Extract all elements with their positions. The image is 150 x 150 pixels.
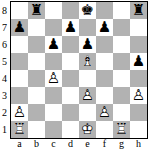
square-f8 (96, 2, 113, 19)
file-label-g: g (113, 138, 130, 150)
square-a4 (11, 70, 28, 87)
square-b1 (28, 121, 45, 138)
black-pawn-c6: ♟ (45, 36, 62, 53)
file-labels: abcdefgh (11, 138, 147, 150)
file-label-e: e (79, 138, 96, 150)
piece-outline-layer: ♗ (79, 53, 96, 70)
square-e3: ♟♙ (79, 87, 96, 104)
square-d4 (62, 70, 79, 87)
rank-label-2: 2 (0, 104, 9, 121)
rank-label-1: 1 (0, 121, 9, 138)
rank-labels: 87654321 (0, 2, 9, 138)
square-h8: ♜ (130, 2, 147, 19)
piece-outline-layer: ♙ (96, 104, 113, 121)
square-f7: ♟ (96, 19, 113, 36)
square-d3 (62, 87, 79, 104)
square-a3 (11, 87, 28, 104)
square-b4 (28, 70, 45, 87)
square-f1 (96, 121, 113, 138)
square-b5 (28, 53, 45, 70)
square-e2 (79, 104, 96, 121)
square-e4 (79, 70, 96, 87)
square-b6 (28, 36, 45, 53)
file-label-h: h (130, 138, 147, 150)
square-a5 (11, 53, 28, 70)
square-c2 (45, 104, 62, 121)
chess-diagram: 87654321 ♜♚♜♟♟♟♟♟♝♗♟♟♙♟♙♟♙♟♙♟♙♜♖♚♔♜♖ abc… (0, 0, 150, 150)
rank-label-5: 5 (0, 53, 9, 70)
square-b8: ♜ (28, 2, 45, 19)
square-c8 (45, 2, 62, 19)
square-e8: ♚ (79, 2, 96, 19)
file-label-c: c (45, 138, 62, 150)
square-c6: ♟ (45, 36, 62, 53)
white-pawn-a2: ♟♙ (11, 104, 28, 121)
square-f4 (96, 70, 113, 87)
square-h1 (130, 121, 147, 138)
square-f5 (96, 53, 113, 70)
square-h6 (130, 36, 147, 53)
white-pawn-f2: ♟♙ (96, 104, 113, 121)
square-g8 (113, 2, 130, 19)
white-pawn-c4: ♟♙ (45, 70, 62, 87)
square-g4 (113, 70, 130, 87)
white-pawn-e3: ♟♙ (79, 87, 96, 104)
white-bishop-e5: ♝♗ (79, 53, 96, 70)
square-c3 (45, 87, 62, 104)
square-d6 (62, 36, 79, 53)
square-g1: ♜♖ (113, 121, 130, 138)
piece-outline-layer: ♖ (11, 121, 28, 138)
piece-outline-layer: ♖ (113, 121, 130, 138)
square-b2 (28, 104, 45, 121)
square-f3 (96, 87, 113, 104)
file-label-a: a (11, 138, 28, 150)
file-label-d: d (62, 138, 79, 150)
black-king-e8: ♚ (79, 2, 96, 19)
black-rook-b8: ♜ (28, 2, 45, 19)
white-rook-g1: ♜♖ (113, 121, 130, 138)
rank-label-8: 8 (0, 2, 9, 19)
square-g5 (113, 53, 130, 70)
square-d2 (62, 104, 79, 121)
square-h4 (130, 70, 147, 87)
black-pawn-f7: ♟ (96, 19, 113, 36)
square-h7 (130, 19, 147, 36)
square-a1: ♜♖ (11, 121, 28, 138)
square-c5 (45, 53, 62, 70)
black-pawn-h5: ♟ (130, 53, 147, 70)
white-pawn-h3: ♟♙ (130, 87, 147, 104)
rank-label-7: 7 (0, 19, 9, 36)
square-g3 (113, 87, 130, 104)
black-pawn-d7: ♟ (62, 19, 79, 36)
square-a6 (11, 36, 28, 53)
square-e6: ♟ (79, 36, 96, 53)
square-f2: ♟♙ (96, 104, 113, 121)
square-a7: ♟ (11, 19, 28, 36)
white-rook-a1: ♜♖ (11, 121, 28, 138)
black-pawn-e6: ♟ (79, 36, 96, 53)
square-h3: ♟♙ (130, 87, 147, 104)
square-d8 (62, 2, 79, 19)
rank-label-3: 3 (0, 87, 9, 104)
chess-board: ♜♚♜♟♟♟♟♟♝♗♟♟♙♟♙♟♙♟♙♟♙♜♖♚♔♜♖ (10, 1, 148, 139)
white-king-e1: ♚♔ (79, 121, 96, 138)
piece-outline-layer: ♔ (79, 121, 96, 138)
square-f6 (96, 36, 113, 53)
square-g2 (113, 104, 130, 121)
piece-outline-layer: ♙ (130, 87, 147, 104)
file-label-b: b (28, 138, 45, 150)
square-g7 (113, 19, 130, 36)
square-h2 (130, 104, 147, 121)
square-h5: ♟ (130, 53, 147, 70)
piece-outline-layer: ♙ (79, 87, 96, 104)
square-c7 (45, 19, 62, 36)
square-c4: ♟♙ (45, 70, 62, 87)
square-a8 (11, 2, 28, 19)
square-b7 (28, 19, 45, 36)
square-e5: ♝♗ (79, 53, 96, 70)
rank-label-6: 6 (0, 36, 9, 53)
black-rook-h8: ♜ (130, 2, 147, 19)
rank-label-4: 4 (0, 70, 9, 87)
black-pawn-a7: ♟ (11, 19, 28, 36)
square-b3 (28, 87, 45, 104)
file-label-f: f (96, 138, 113, 150)
square-d7: ♟ (62, 19, 79, 36)
square-e1: ♚♔ (79, 121, 96, 138)
square-a2: ♟♙ (11, 104, 28, 121)
square-g6 (113, 36, 130, 53)
square-d1 (62, 121, 79, 138)
piece-outline-layer: ♙ (11, 104, 28, 121)
square-e7 (79, 19, 96, 36)
square-d5 (62, 53, 79, 70)
piece-outline-layer: ♙ (45, 70, 62, 87)
square-c1 (45, 121, 62, 138)
